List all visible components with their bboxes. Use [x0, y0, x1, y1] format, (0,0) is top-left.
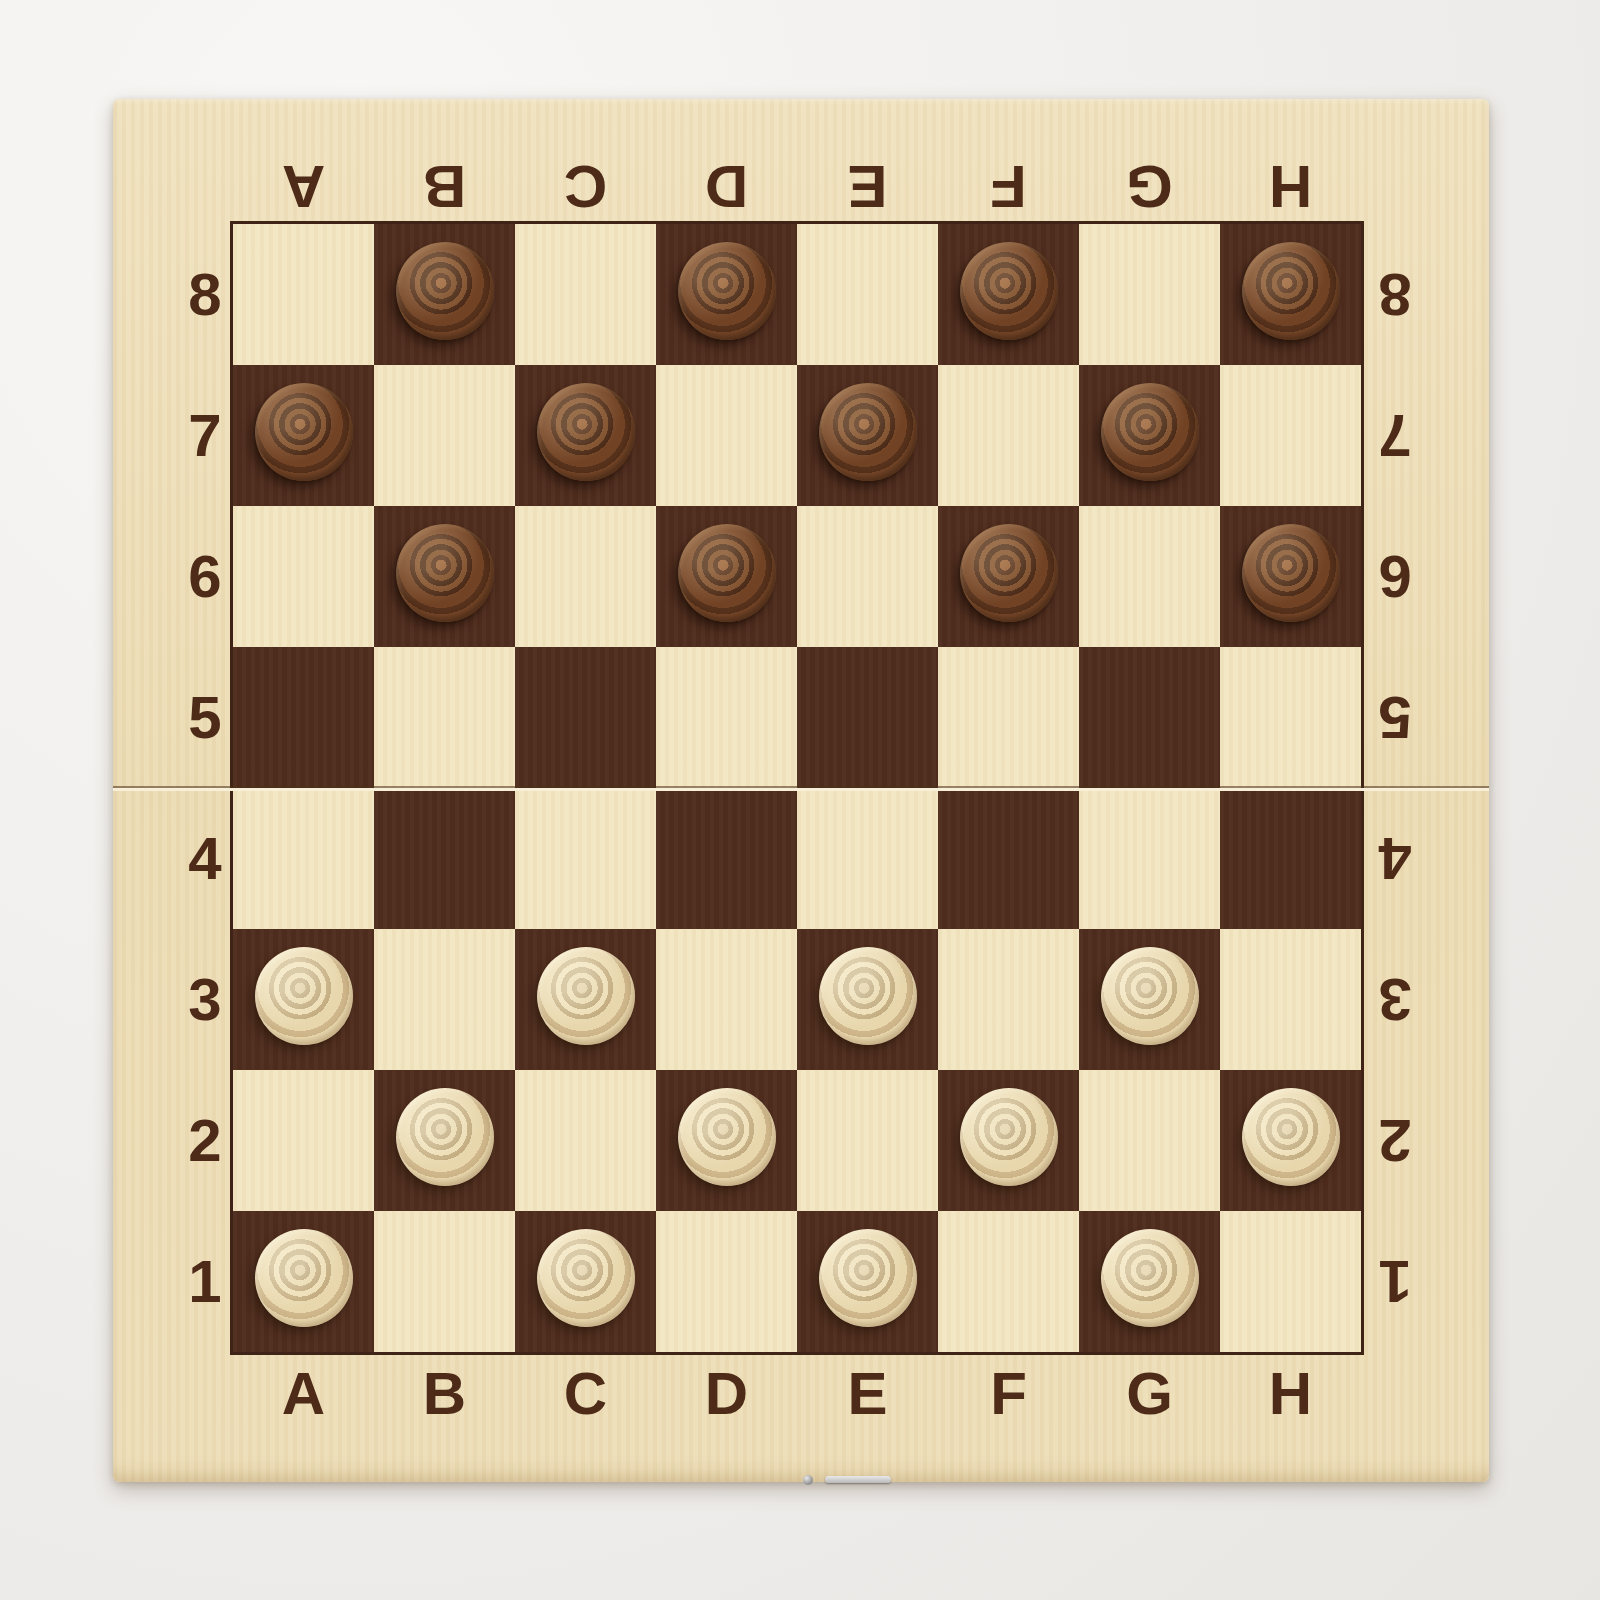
piece-light-g3[interactable]: [1101, 947, 1199, 1045]
piece-dark-f6[interactable]: [960, 524, 1058, 622]
square-f1[interactable]: [938, 1211, 1079, 1352]
square-e8[interactable]: [797, 224, 938, 365]
square-d8[interactable]: [656, 224, 797, 365]
rank-label-left-7: 7: [170, 365, 240, 506]
file-labels-top: ABCDEFGH: [233, 152, 1361, 212]
rank-label-left-1: 1: [170, 1211, 240, 1352]
square-g6[interactable]: [1079, 506, 1220, 647]
square-c8[interactable]: [515, 224, 656, 365]
square-d6[interactable]: [656, 506, 797, 647]
checkers-board: ABCDEFGH ABCDEFGH 87654321 87654321: [113, 99, 1489, 1482]
board-fold-seam: [113, 786, 1489, 791]
piece-light-e3[interactable]: [819, 947, 917, 1045]
file-labels-bottom: ABCDEFGH: [233, 1359, 1361, 1419]
square-c4[interactable]: [515, 788, 656, 929]
square-b5[interactable]: [374, 647, 515, 788]
rank-label-right-2: 2: [1360, 1070, 1430, 1211]
square-a6[interactable]: [233, 506, 374, 647]
file-label-bottom-a: A: [233, 1359, 374, 1428]
file-label-top-f: F: [938, 152, 1079, 221]
square-f2[interactable]: [938, 1070, 1079, 1211]
file-label-top-a: A: [233, 152, 374, 221]
file-label-top-e: E: [797, 152, 938, 221]
rank-label-left-3: 3: [170, 929, 240, 1070]
square-c7[interactable]: [515, 365, 656, 506]
piece-light-a3[interactable]: [255, 947, 353, 1045]
rank-label-left-6: 6: [170, 506, 240, 647]
piece-light-d2[interactable]: [678, 1088, 776, 1186]
square-h4[interactable]: [1220, 788, 1361, 929]
square-b6[interactable]: [374, 506, 515, 647]
piece-dark-e7[interactable]: [819, 383, 917, 481]
square-e3[interactable]: [797, 929, 938, 1070]
piece-light-f2[interactable]: [960, 1088, 1058, 1186]
square-c3[interactable]: [515, 929, 656, 1070]
square-e5[interactable]: [797, 647, 938, 788]
piece-light-e1[interactable]: [819, 1229, 917, 1327]
rank-label-right-5: 5: [1360, 647, 1430, 788]
square-f8[interactable]: [938, 224, 1079, 365]
square-c2[interactable]: [515, 1070, 656, 1211]
square-g5[interactable]: [1079, 647, 1220, 788]
file-label-bottom-d: D: [656, 1359, 797, 1428]
piece-dark-b6[interactable]: [396, 524, 494, 622]
square-g3[interactable]: [1079, 929, 1220, 1070]
piece-dark-d8[interactable]: [678, 242, 776, 340]
rank-label-right-6: 6: [1360, 506, 1430, 647]
piece-dark-c7[interactable]: [537, 383, 635, 481]
square-e2[interactable]: [797, 1070, 938, 1211]
piece-dark-b8[interactable]: [396, 242, 494, 340]
square-b4[interactable]: [374, 788, 515, 929]
rank-label-left-8: 8: [170, 224, 240, 365]
square-f7[interactable]: [938, 365, 1079, 506]
square-b8[interactable]: [374, 224, 515, 365]
rank-label-right-4: 4: [1360, 788, 1430, 929]
piece-light-c1[interactable]: [537, 1229, 635, 1327]
square-a5[interactable]: [233, 647, 374, 788]
square-f5[interactable]: [938, 647, 1079, 788]
square-d4[interactable]: [656, 788, 797, 929]
rank-label-right-1: 1: [1360, 1211, 1430, 1352]
square-h5[interactable]: [1220, 647, 1361, 788]
square-a4[interactable]: [233, 788, 374, 929]
tabletop-background: ABCDEFGH ABCDEFGH 87654321 87654321: [0, 0, 1600, 1600]
piece-light-g1[interactable]: [1101, 1229, 1199, 1327]
square-d3[interactable]: [656, 929, 797, 1070]
file-label-bottom-h: H: [1220, 1359, 1361, 1428]
square-e1[interactable]: [797, 1211, 938, 1352]
piece-dark-a7[interactable]: [255, 383, 353, 481]
piece-dark-g7[interactable]: [1101, 383, 1199, 481]
file-label-top-b: B: [374, 152, 515, 221]
file-label-bottom-e: E: [797, 1359, 938, 1428]
square-c5[interactable]: [515, 647, 656, 788]
piece-light-h2[interactable]: [1242, 1088, 1340, 1186]
square-b3[interactable]: [374, 929, 515, 1070]
piece-light-a1[interactable]: [255, 1229, 353, 1327]
square-c1[interactable]: [515, 1211, 656, 1352]
square-g2[interactable]: [1079, 1070, 1220, 1211]
file-label-top-d: D: [656, 152, 797, 221]
square-b7[interactable]: [374, 365, 515, 506]
square-e6[interactable]: [797, 506, 938, 647]
square-h2[interactable]: [1220, 1070, 1361, 1211]
clasp-latch-icon: [825, 1476, 891, 1483]
file-label-bottom-b: B: [374, 1359, 515, 1428]
square-h6[interactable]: [1220, 506, 1361, 647]
square-a8[interactable]: [233, 224, 374, 365]
rank-label-left-2: 2: [170, 1070, 240, 1211]
rank-label-left-4: 4: [170, 788, 240, 929]
square-h3[interactable]: [1220, 929, 1361, 1070]
square-b2[interactable]: [374, 1070, 515, 1211]
square-d2[interactable]: [656, 1070, 797, 1211]
square-b1[interactable]: [374, 1211, 515, 1352]
square-d5[interactable]: [656, 647, 797, 788]
square-d1[interactable]: [656, 1211, 797, 1352]
rank-label-right-3: 3: [1360, 929, 1430, 1070]
square-f6[interactable]: [938, 506, 1079, 647]
file-label-bottom-g: G: [1079, 1359, 1220, 1428]
square-f3[interactable]: [938, 929, 1079, 1070]
file-label-top-c: C: [515, 152, 656, 221]
file-label-top-h: H: [1220, 152, 1361, 221]
square-g1[interactable]: [1079, 1211, 1220, 1352]
piece-dark-h8[interactable]: [1242, 242, 1340, 340]
piece-dark-d6[interactable]: [678, 524, 776, 622]
square-a2[interactable]: [233, 1070, 374, 1211]
square-e7[interactable]: [797, 365, 938, 506]
square-d7[interactable]: [656, 365, 797, 506]
file-label-top-g: G: [1079, 152, 1220, 221]
file-label-bottom-f: F: [938, 1359, 1079, 1428]
clasp-screw-icon: [803, 1475, 813, 1485]
square-a1[interactable]: [233, 1211, 374, 1352]
file-label-bottom-c: C: [515, 1359, 656, 1428]
rank-label-left-5: 5: [170, 647, 240, 788]
rank-label-right-8: 8: [1360, 224, 1430, 365]
square-g7[interactable]: [1079, 365, 1220, 506]
square-h7[interactable]: [1220, 365, 1361, 506]
piece-light-b2[interactable]: [396, 1088, 494, 1186]
square-e4[interactable]: [797, 788, 938, 929]
square-g8[interactable]: [1079, 224, 1220, 365]
square-h1[interactable]: [1220, 1211, 1361, 1352]
square-a7[interactable]: [233, 365, 374, 506]
square-g4[interactable]: [1079, 788, 1220, 929]
square-f4[interactable]: [938, 788, 1079, 929]
square-c6[interactable]: [515, 506, 656, 647]
square-h8[interactable]: [1220, 224, 1361, 365]
piece-dark-f8[interactable]: [960, 242, 1058, 340]
rank-label-right-7: 7: [1360, 365, 1430, 506]
piece-dark-h6[interactable]: [1242, 524, 1340, 622]
piece-light-c3[interactable]: [537, 947, 635, 1045]
square-a3[interactable]: [233, 929, 374, 1070]
